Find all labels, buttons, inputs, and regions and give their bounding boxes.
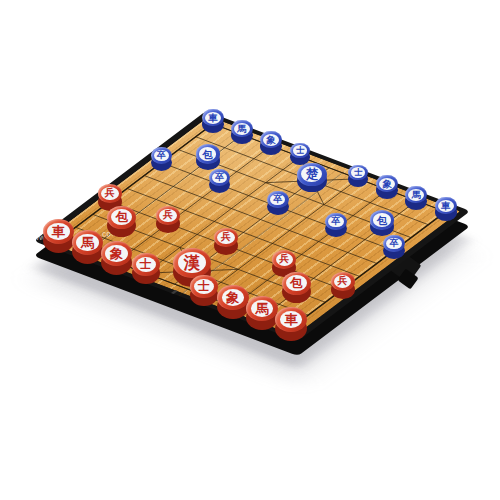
piece-label-disc: 馬: [408, 189, 424, 201]
piece-red-elephant[interactable]: 象: [101, 241, 132, 275]
piece-label-disc: 象: [379, 178, 395, 190]
piece-label-disc: 馬: [251, 300, 274, 317]
piece-blue-cannon[interactable]: 包: [370, 210, 394, 236]
piece-top-face: 士: [132, 253, 160, 275]
piece-character: 士: [198, 281, 210, 293]
piece-label-disc: 卒: [328, 216, 343, 228]
piece-label-disc: 馬: [234, 123, 250, 135]
piece-top-face: 漢: [173, 248, 211, 279]
piece-label-disc: 包: [373, 213, 390, 226]
piece-character: 車: [52, 225, 65, 238]
piece-top-face: 兵: [98, 184, 122, 203]
piece-top-face: 車: [435, 197, 457, 215]
piece-character: 士: [140, 259, 152, 271]
piece-label-disc: 車: [280, 311, 303, 328]
piece-character: 象: [226, 291, 239, 304]
piece-character: 馬: [255, 302, 268, 315]
piece-blue-chariot[interactable]: 車: [202, 109, 224, 133]
piece-label-disc: 包: [111, 209, 132, 225]
piece-character: 馬: [81, 236, 94, 249]
piece-label-disc: 漢: [178, 252, 205, 273]
piece-label-disc: 象: [222, 289, 245, 306]
piece-blue-horse[interactable]: 馬: [405, 186, 427, 210]
piece-blue-soldier[interactable]: 卒: [383, 235, 405, 259]
piece-label-disc: 兵: [334, 275, 351, 288]
piece-top-face: 卒: [267, 191, 289, 208]
piece-top-face: 象: [217, 285, 248, 310]
piece-blue-guard[interactable]: 士: [290, 143, 310, 165]
piece-blue-soldier[interactable]: 卒: [209, 169, 231, 193]
piece-red-elephant[interactable]: 象: [217, 285, 248, 319]
piece-red-chariot[interactable]: 車: [275, 307, 306, 341]
piece-red-cannon[interactable]: 包: [282, 272, 311, 304]
piece-label-disc: 象: [105, 245, 128, 262]
piece-label-disc: 卒: [154, 150, 169, 162]
piece-character: 卒: [273, 195, 282, 204]
piece-label-disc: 卒: [270, 194, 285, 206]
piece-label-disc: 包: [286, 275, 307, 291]
piece-label-disc: 車: [205, 112, 221, 124]
piece-character: 包: [116, 211, 128, 223]
piece-red-soldier[interactable]: 兵: [214, 228, 238, 255]
piece-character: 車: [284, 313, 297, 326]
piece-label-disc: 車: [47, 223, 70, 240]
piece-character: 包: [377, 215, 387, 225]
piece-character: 車: [208, 113, 217, 122]
piece-label-disc: 士: [293, 145, 307, 156]
piece-label-disc: 兵: [101, 187, 118, 200]
piece-top-face: 車: [43, 219, 74, 244]
piece-blue-soldier[interactable]: 卒: [325, 213, 347, 237]
piece-character: 車: [441, 201, 450, 210]
piece-top-face: 馬: [246, 296, 277, 321]
piece-blue-soldier[interactable]: 卒: [151, 147, 173, 171]
piece-blue-elephant[interactable]: 象: [260, 131, 282, 155]
piece-character: 卒: [215, 173, 224, 182]
piece-top-face: 兵: [331, 272, 355, 291]
piece-label-disc: 象: [263, 134, 279, 146]
piece-character: 馬: [237, 124, 246, 133]
piece-top-face: 包: [196, 144, 220, 163]
piece-label-disc: 士: [194, 279, 214, 294]
piece-label-disc: 卒: [386, 238, 401, 250]
piece-red-soldier[interactable]: 兵: [331, 272, 355, 299]
fold-seam-frame-notch: [171, 290, 178, 294]
piece-character: 兵: [338, 276, 348, 286]
piece-label-disc: 兵: [217, 231, 234, 244]
piece-blue-cannon[interactable]: 包: [196, 144, 220, 170]
piece-red-chariot[interactable]: 車: [43, 219, 74, 253]
piece-character: 卒: [157, 151, 166, 160]
piece-blue-chariot[interactable]: 車: [435, 197, 457, 221]
piece-label-disc: 楚: [301, 166, 322, 182]
piece-character: 象: [383, 179, 392, 188]
piece-character: 漢: [184, 255, 200, 271]
piece-character: 包: [203, 149, 213, 159]
piece-top-face: 包: [107, 206, 136, 230]
piece-label-disc: 士: [351, 167, 365, 178]
piece-top-face: 包: [370, 210, 394, 229]
product-photo-scene: www.m .co.kr 車馬象士士象馬車楚包包卒卒卒卒卒兵兵兵兵兵包包漢車馬象…: [0, 0, 500, 500]
piece-label-disc: 包: [199, 147, 216, 160]
piece-character: 卒: [390, 239, 399, 248]
piece-character: 兵: [105, 188, 115, 198]
piece-red-horse[interactable]: 馬: [246, 296, 277, 330]
piece-top-face: 卒: [325, 213, 347, 230]
piece-character: 馬: [412, 190, 421, 199]
piece-blue-guard[interactable]: 士: [348, 165, 368, 187]
piece-character: 士: [354, 168, 362, 176]
piece-character: 象: [266, 135, 275, 144]
piece-character: 兵: [221, 232, 231, 242]
piece-top-face: 象: [101, 241, 132, 266]
piece-red-guard[interactable]: 士: [190, 275, 218, 306]
piece-character: 兵: [279, 254, 289, 264]
piece-red-guard[interactable]: 士: [132, 253, 160, 284]
piece-blue-soldier[interactable]: 卒: [267, 191, 289, 215]
piece-blue-general[interactable]: 楚: [297, 163, 326, 193]
piece-character: 包: [290, 277, 302, 289]
piece-red-horse[interactable]: 馬: [72, 230, 103, 264]
piece-top-face: 士: [190, 275, 218, 297]
piece-character: 卒: [331, 217, 340, 226]
piece-label-disc: 卒: [212, 172, 227, 184]
piece-character: 兵: [163, 210, 173, 220]
piece-red-cannon[interactable]: 包: [107, 206, 136, 238]
piece-label-disc: 兵: [276, 253, 293, 266]
piece-top-face: 楚: [297, 163, 326, 186]
piece-label-disc: 士: [136, 257, 156, 272]
piece-character: 士: [296, 146, 304, 154]
piece-label-disc: 車: [438, 200, 454, 212]
piece-top-face: 馬: [72, 230, 103, 255]
piece-label-disc: 馬: [76, 234, 99, 251]
piece-character: 象: [110, 247, 123, 260]
piece-label-disc: 兵: [159, 209, 176, 222]
piece-top-face: 包: [282, 272, 311, 296]
piece-top-face: 車: [275, 307, 306, 332]
piece-top-face: 卒: [383, 235, 405, 252]
piece-blue-elephant[interactable]: 象: [376, 175, 398, 199]
piece-blue-horse[interactable]: 馬: [231, 120, 253, 144]
piece-red-soldier[interactable]: 兵: [156, 206, 180, 233]
piece-character: 楚: [306, 168, 318, 180]
